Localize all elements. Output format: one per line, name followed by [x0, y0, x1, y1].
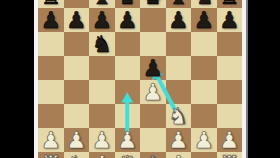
white-pawn[interactable]: ♟: [168, 128, 189, 152]
square-b1[interactable]: ♞: [64, 152, 90, 158]
square-c3[interactable]: [89, 104, 115, 128]
white-bishop[interactable]: ♝: [91, 152, 112, 158]
square-d2[interactable]: ♟: [115, 128, 141, 152]
square-a6[interactable]: [38, 32, 64, 56]
square-d1[interactable]: ♛: [115, 152, 141, 158]
square-c5[interactable]: [89, 56, 115, 80]
square-b4[interactable]: [64, 80, 90, 104]
square-a5[interactable]: [38, 56, 64, 80]
square-f2[interactable]: ♟: [166, 128, 192, 152]
app-window: ♜♝♛♚♝♞♜♟♟♟♟♟♟♟♞♟♟♞♟♟♟♟♟♟♟♜♞♝♛♚♝♜: [0, 0, 280, 158]
square-a4[interactable]: [38, 80, 64, 104]
square-f3[interactable]: ♞: [166, 104, 192, 128]
square-b6[interactable]: [64, 32, 90, 56]
square-f4[interactable]: [166, 80, 192, 104]
square-e2[interactable]: [140, 128, 166, 152]
square-d4[interactable]: [115, 80, 141, 104]
black-pawn[interactable]: ♟: [40, 8, 61, 32]
square-h7[interactable]: ♟: [217, 8, 243, 32]
board-viewport: ♜♝♛♚♝♞♜♟♟♟♟♟♟♟♞♟♟♞♟♟♟♟♟♟♟♜♞♝♛♚♝♜: [38, 0, 242, 158]
white-bishop[interactable]: ♝: [168, 152, 189, 158]
square-f6[interactable]: [166, 32, 192, 56]
square-g5[interactable]: [191, 56, 217, 80]
square-e7[interactable]: [140, 8, 166, 32]
square-c1[interactable]: ♝: [89, 152, 115, 158]
square-c4[interactable]: [89, 80, 115, 104]
white-queen[interactable]: ♛: [117, 152, 138, 158]
square-d7[interactable]: ♟: [115, 8, 141, 32]
square-f7[interactable]: ♟: [166, 8, 192, 32]
square-h5[interactable]: [217, 56, 243, 80]
white-pawn[interactable]: ♟: [142, 80, 163, 104]
square-e6[interactable]: [140, 32, 166, 56]
white-knight[interactable]: ♞: [168, 104, 189, 128]
square-e5[interactable]: ♟: [140, 56, 166, 80]
square-a2[interactable]: ♟: [38, 128, 64, 152]
square-a3[interactable]: [38, 104, 64, 128]
black-knight[interactable]: ♞: [91, 32, 112, 56]
square-h1[interactable]: ♜: [217, 152, 243, 158]
square-b7[interactable]: ♟: [64, 8, 90, 32]
black-pawn[interactable]: ♟: [142, 56, 163, 80]
black-pawn[interactable]: ♟: [193, 8, 214, 32]
square-h3[interactable]: [217, 104, 243, 128]
square-g7[interactable]: ♟: [191, 8, 217, 32]
square-d6[interactable]: [115, 32, 141, 56]
square-g4[interactable]: [191, 80, 217, 104]
square-h2[interactable]: ♟: [217, 128, 243, 152]
black-pawn[interactable]: ♟: [91, 8, 112, 32]
square-a1[interactable]: ♜: [38, 152, 64, 158]
square-h6[interactable]: [217, 32, 243, 56]
black-king[interactable]: ♚: [142, 0, 163, 8]
white-pawn[interactable]: ♟: [40, 128, 61, 152]
square-e1[interactable]: ♚: [140, 152, 166, 158]
square-b3[interactable]: [64, 104, 90, 128]
square-f1[interactable]: ♝: [166, 152, 192, 158]
square-g6[interactable]: [191, 32, 217, 56]
square-e8[interactable]: ♚: [140, 0, 166, 8]
square-b2[interactable]: ♟: [64, 128, 90, 152]
square-e4[interactable]: ♟: [140, 80, 166, 104]
chess-board[interactable]: ♜♝♛♚♝♞♜♟♟♟♟♟♟♟♞♟♟♞♟♟♟♟♟♟♟♜♞♝♛♚♝♜: [38, 0, 242, 158]
square-c2[interactable]: ♟: [89, 128, 115, 152]
white-knight[interactable]: ♞: [66, 152, 87, 158]
white-rook[interactable]: ♜: [40, 152, 61, 158]
square-g3[interactable]: [191, 104, 217, 128]
black-pawn[interactable]: ♟: [117, 8, 138, 32]
black-pawn[interactable]: ♟: [168, 8, 189, 32]
square-b5[interactable]: [64, 56, 90, 80]
square-d5[interactable]: [115, 56, 141, 80]
square-f5[interactable]: [166, 56, 192, 80]
square-h4[interactable]: [217, 80, 243, 104]
white-pawn[interactable]: ♟: [66, 128, 87, 152]
white-king[interactable]: ♚: [142, 152, 163, 158]
square-c7[interactable]: ♟: [89, 8, 115, 32]
square-e3[interactable]: [140, 104, 166, 128]
square-a7[interactable]: ♟: [38, 8, 64, 32]
white-pawn[interactable]: ♟: [91, 128, 112, 152]
black-pawn[interactable]: ♟: [219, 8, 240, 32]
black-pawn[interactable]: ♟: [66, 8, 87, 32]
white-pawn[interactable]: ♟: [219, 128, 240, 152]
board-frame-right-shadow: [246, 0, 248, 158]
white-pawn[interactable]: ♟: [117, 128, 138, 152]
white-rook[interactable]: ♜: [219, 152, 240, 158]
square-d3[interactable]: [115, 104, 141, 128]
square-g2[interactable]: ♟: [191, 128, 217, 152]
white-pawn[interactable]: ♟: [193, 128, 214, 152]
square-c6[interactable]: ♞: [89, 32, 115, 56]
